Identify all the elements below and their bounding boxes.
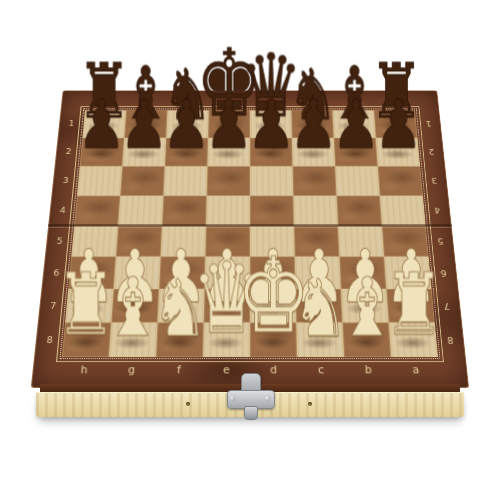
screw-icon bbox=[230, 396, 235, 401]
file-label-f: f bbox=[155, 364, 203, 375]
rank-label-left-3: 3 bbox=[56, 176, 74, 184]
file-label-h: h bbox=[60, 364, 108, 375]
file-label-a: a bbox=[392, 364, 440, 375]
screw-icon bbox=[265, 396, 270, 401]
pawn-glyph: ♟ bbox=[374, 91, 422, 158]
file-label-b: b bbox=[344, 364, 392, 375]
rank-label-left-2: 2 bbox=[59, 148, 77, 156]
pawn-glyph: ♟ bbox=[77, 91, 125, 158]
pawn-glyph: ♟ bbox=[162, 91, 210, 158]
clasp-tongue bbox=[244, 406, 258, 420]
file-label-c: c bbox=[297, 364, 345, 375]
rank-label-left-4: 4 bbox=[53, 206, 72, 215]
rank-label-right-3: 3 bbox=[425, 176, 443, 184]
pawn-glyph: ♟ bbox=[247, 91, 295, 158]
pawn-glyph: ♟ bbox=[289, 91, 337, 158]
chess-board: 1122334455667788hgfedcba♜♝♞♚♛♞♝♜♟♟♟♟♟♟♟♟… bbox=[31, 90, 469, 388]
file-label-g: g bbox=[108, 364, 156, 375]
rank-label-right-2: 2 bbox=[422, 148, 440, 156]
clasp bbox=[227, 370, 273, 418]
fold-seam-highlight bbox=[48, 226, 452, 227]
screw-icon bbox=[308, 402, 312, 406]
pawn-glyph: ♟ bbox=[205, 91, 253, 158]
rook-glyph: ♜ bbox=[383, 262, 444, 347]
product-photo: 1122334455667788hgfedcba♜♝♞♚♛♞♝♜♟♟♟♟♟♟♟♟… bbox=[0, 0, 500, 500]
screw-icon bbox=[186, 402, 190, 406]
pawn-glyph: ♟ bbox=[120, 91, 168, 158]
rank-label-right-4: 4 bbox=[428, 206, 447, 215]
pawn-glyph: ♟ bbox=[332, 91, 380, 158]
